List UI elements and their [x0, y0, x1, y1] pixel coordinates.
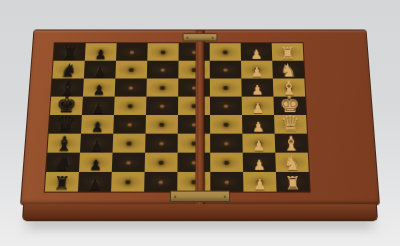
square-d4[interactable]	[146, 115, 178, 134]
square-e4[interactable]	[178, 115, 210, 134]
square-b1[interactable]: ♟	[78, 172, 112, 192]
square-center-dot	[129, 68, 134, 72]
piece-black-pawn-b7[interactable]: ♟	[84, 65, 116, 79]
square-f8[interactable]	[210, 43, 241, 61]
square-center-dot	[159, 142, 163, 145]
chess-case: ♜♟♟♜♞♟♟♞♝♟♟♝♚♟♟♚♛♟♟♛♝♟♟♝♞♟♟♞♜♟♟♜	[20, 30, 380, 206]
piece-black-pawn-b4[interactable]: ♟	[81, 120, 114, 135]
piece-white-pawn-g1[interactable]: ♟	[243, 177, 276, 193]
square-a8[interactable]: ♜	[54, 43, 86, 61]
square-b6[interactable]: ♟	[83, 79, 115, 97]
square-f6[interactable]	[210, 79, 242, 97]
square-d5[interactable]	[146, 97, 178, 115]
bottom-hinge	[170, 191, 230, 203]
photo-background: ♜♟♟♜♞♟♟♞♝♟♟♝♚♟♟♚♛♟♟♛♝♟♟♝♞♟♟♞♜♟♟♜	[0, 0, 400, 246]
square-d3[interactable]	[145, 134, 178, 153]
square-f5[interactable]	[210, 97, 242, 115]
piece-white-pawn-g4[interactable]: ♟	[242, 120, 275, 135]
piece-white-pawn-g7[interactable]: ♟	[241, 65, 273, 79]
square-center-dot	[130, 51, 134, 54]
square-center-dot	[159, 160, 164, 164]
piece-black-rook-a1[interactable]: ♜	[45, 174, 79, 193]
square-e8[interactable]	[179, 43, 210, 61]
square-center-dot	[224, 122, 229, 126]
square-center-dot	[161, 68, 165, 71]
piece-white-knight-h2[interactable]: ♞	[275, 154, 308, 173]
square-center-dot	[224, 104, 228, 107]
square-a3[interactable]: ♝	[47, 134, 81, 153]
square-center-dot	[224, 68, 228, 71]
square-center-dot	[159, 122, 164, 126]
square-g4[interactable]: ♟	[242, 115, 275, 134]
piece-black-pawn-b8[interactable]: ♟	[85, 48, 117, 62]
top-hinge	[183, 33, 218, 41]
square-b2[interactable]: ♟	[79, 153, 113, 172]
square-d2[interactable]	[145, 153, 178, 172]
piece-black-pawn-b3[interactable]: ♟	[80, 139, 113, 154]
piece-white-pawn-g3[interactable]: ♟	[242, 139, 275, 154]
piece-black-pawn-b1[interactable]: ♟	[78, 177, 112, 193]
piece-black-pawn-b6[interactable]: ♟	[83, 83, 115, 97]
square-c3[interactable]	[113, 134, 146, 153]
piece-black-knight-a2[interactable]: ♞	[46, 154, 80, 173]
square-center-dot	[126, 141, 131, 145]
square-center-dot	[161, 50, 166, 54]
square-g1[interactable]: ♟	[243, 172, 276, 192]
square-g3[interactable]: ♟	[242, 134, 275, 153]
piece-white-rook-h1[interactable]: ♜	[276, 174, 310, 193]
square-e2[interactable]	[177, 153, 210, 172]
square-a2[interactable]: ♞	[46, 153, 80, 172]
piece-white-pawn-g6[interactable]: ♟	[241, 83, 273, 97]
piece-white-pawn-g5[interactable]: ♟	[242, 101, 274, 116]
square-center-dot	[159, 180, 163, 183]
square-g6[interactable]: ♟	[241, 79, 273, 97]
fold-seam	[195, 30, 204, 204]
square-center-dot	[225, 180, 229, 183]
square-b3[interactable]: ♟	[80, 134, 113, 153]
piece-black-pawn-b5[interactable]: ♟	[82, 101, 115, 116]
square-center-dot	[126, 161, 130, 164]
square-d7[interactable]	[147, 61, 179, 79]
square-c6[interactable]	[115, 79, 147, 97]
square-g2[interactable]: ♟	[243, 153, 276, 172]
square-e5[interactable]	[178, 97, 210, 115]
piece-black-pawn-b2[interactable]: ♟	[79, 158, 112, 173]
square-center-dot	[223, 86, 228, 90]
square-b4[interactable]: ♟	[81, 115, 114, 134]
square-center-dot	[128, 123, 132, 126]
square-d6[interactable]	[146, 79, 178, 97]
square-h2[interactable]: ♞	[275, 153, 308, 172]
square-b8[interactable]: ♟	[85, 43, 117, 61]
square-f2[interactable]	[210, 153, 243, 172]
piece-white-pawn-g8[interactable]: ♟	[241, 48, 273, 62]
square-c4[interactable]	[113, 115, 146, 134]
case-side-edge	[22, 204, 378, 221]
square-h1[interactable]: ♜	[276, 172, 310, 192]
square-b7[interactable]: ♟	[84, 61, 116, 79]
square-h8[interactable]: ♜	[272, 43, 304, 61]
square-c2[interactable]	[112, 153, 145, 172]
square-g5[interactable]: ♟	[242, 97, 274, 115]
square-g7[interactable]: ♟	[241, 61, 273, 79]
chess-board: ♜♟♟♜♞♟♟♞♝♟♟♝♚♟♟♚♛♟♟♛♝♟♟♝♞♟♟♞♜♟♟♜	[45, 43, 310, 191]
square-center-dot	[160, 86, 165, 90]
square-e1[interactable]	[177, 172, 210, 192]
square-e7[interactable]	[178, 61, 209, 79]
square-c1[interactable]	[111, 172, 145, 192]
square-e3[interactable]	[178, 134, 211, 153]
square-f3[interactable]	[210, 134, 243, 153]
square-center-dot	[224, 160, 229, 164]
piece-white-pawn-g2[interactable]: ♟	[243, 158, 276, 173]
square-c8[interactable]	[116, 43, 148, 61]
square-c7[interactable]	[115, 61, 147, 79]
square-center-dot	[224, 142, 228, 145]
square-c5[interactable]	[114, 97, 146, 115]
square-f7[interactable]	[210, 61, 242, 79]
square-d1[interactable]	[144, 172, 177, 192]
square-g8[interactable]: ♟	[241, 43, 273, 61]
square-f4[interactable]	[210, 115, 242, 134]
square-center-dot	[129, 86, 133, 89]
square-center-dot	[125, 180, 130, 184]
square-a1[interactable]: ♜	[45, 172, 79, 192]
square-center-dot	[128, 104, 133, 108]
square-d8[interactable]	[147, 43, 178, 61]
square-center-dot	[223, 50, 228, 54]
square-b5[interactable]: ♟	[82, 97, 115, 115]
square-h3[interactable]: ♝	[275, 134, 308, 153]
square-e6[interactable]	[178, 79, 210, 97]
square-f1[interactable]	[210, 172, 243, 192]
square-center-dot	[160, 104, 164, 107]
